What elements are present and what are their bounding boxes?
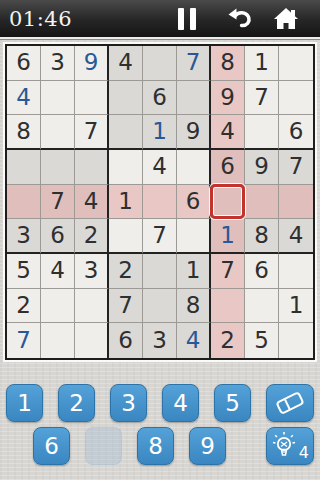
- cell-r5c3[interactable]: 4: [75, 185, 109, 220]
- cell-r2c3[interactable]: [75, 81, 109, 116]
- cell-r1c9[interactable]: [279, 46, 313, 81]
- cell-r5c6[interactable]: 6: [177, 185, 211, 220]
- cell-r8c6[interactable]: 8: [177, 289, 211, 324]
- eraser-button[interactable]: [266, 384, 314, 422]
- lightbulb-icon: [271, 431, 301, 461]
- cell-r3c5[interactable]: 1: [143, 115, 177, 150]
- cell-r9c2[interactable]: [41, 323, 75, 358]
- cell-r8c8[interactable]: [245, 289, 279, 324]
- cell-r8c5[interactable]: [143, 289, 177, 324]
- numpad-5-button[interactable]: 5: [214, 384, 251, 422]
- cell-r2c1[interactable]: 4: [7, 81, 41, 116]
- cell-r7c4[interactable]: 2: [109, 254, 143, 289]
- cell-r6c2[interactable]: 6: [41, 219, 75, 254]
- cell-r3c1[interactable]: 8: [7, 115, 41, 150]
- cell-r9c9[interactable]: [279, 323, 313, 358]
- cell-r7c1[interactable]: 5: [7, 254, 41, 289]
- cell-r1c8[interactable]: 1: [245, 46, 279, 81]
- cell-r1c4[interactable]: 4: [109, 46, 143, 81]
- cell-r5c9[interactable]: [279, 185, 313, 220]
- cell-r1c3[interactable]: 9: [75, 46, 109, 81]
- cell-r9c4[interactable]: 6: [109, 323, 143, 358]
- cell-r4c7[interactable]: 6: [211, 150, 245, 185]
- top-bar: 01:46: [0, 0, 320, 37]
- cell-r4c3[interactable]: [75, 150, 109, 185]
- cell-r5c5[interactable]: [143, 185, 177, 220]
- cell-r6c4[interactable]: [109, 219, 143, 254]
- numpad-7-button-disabled: [85, 427, 122, 465]
- undo-icon: [227, 6, 255, 32]
- cell-r9c8[interactable]: 5: [245, 323, 279, 358]
- cell-r9c1[interactable]: 7: [7, 323, 41, 358]
- cell-r7c6[interactable]: 1: [177, 254, 211, 289]
- cell-r4c1[interactable]: [7, 150, 41, 185]
- pause-button[interactable]: [167, 0, 207, 37]
- cell-r7c5[interactable]: [143, 254, 177, 289]
- cell-r4c4[interactable]: [109, 150, 143, 185]
- cell-r1c1[interactable]: 6: [7, 46, 41, 81]
- cell-r3c7[interactable]: 4: [211, 115, 245, 150]
- cell-r1c2[interactable]: 3: [41, 46, 75, 81]
- hint-count: 4: [299, 443, 309, 462]
- cell-r2c7[interactable]: 9: [211, 81, 245, 116]
- cell-r6c3[interactable]: 2: [75, 219, 109, 254]
- sudoku-board-frame: 6394781469787194646977416362718454321762…: [3, 42, 317, 362]
- sudoku-board: 6394781469787194646977416362718454321762…: [5, 44, 315, 360]
- cell-r5c8[interactable]: [245, 185, 279, 220]
- cell-r3c9[interactable]: 6: [279, 115, 313, 150]
- cell-r9c5[interactable]: 3: [143, 323, 177, 358]
- cell-r8c1[interactable]: 2: [7, 289, 41, 324]
- cell-r7c9[interactable]: [279, 254, 313, 289]
- cell-r2c4[interactable]: [109, 81, 143, 116]
- cell-r4c8[interactable]: 9: [245, 150, 279, 185]
- hint-button[interactable]: 4: [266, 427, 314, 465]
- cell-r8c2[interactable]: [41, 289, 75, 324]
- numpad-8-button[interactable]: 8: [137, 427, 174, 465]
- cell-r6c9[interactable]: 4: [279, 219, 313, 254]
- cell-r2c6[interactable]: [177, 81, 211, 116]
- cell-r9c7[interactable]: 2: [211, 323, 245, 358]
- cell-r6c8[interactable]: 8: [245, 219, 279, 254]
- numpad-9-button[interactable]: 9: [189, 427, 226, 465]
- cell-r9c3[interactable]: [75, 323, 109, 358]
- cell-r1c7[interactable]: 8: [211, 46, 245, 81]
- cell-r6c1[interactable]: 3: [7, 219, 41, 254]
- pause-icon: [178, 8, 196, 30]
- cell-r7c3[interactable]: 3: [75, 254, 109, 289]
- cell-r1c5[interactable]: [143, 46, 177, 81]
- numpad-4-button[interactable]: 4: [162, 384, 199, 422]
- cell-r5c4[interactable]: 1: [109, 185, 143, 220]
- cell-r3c2[interactable]: [41, 115, 75, 150]
- game-timer: 01:46: [9, 7, 72, 31]
- cell-r3c4[interactable]: [109, 115, 143, 150]
- cell-r6c6[interactable]: [177, 219, 211, 254]
- cell-r7c2[interactable]: 4: [41, 254, 75, 289]
- cell-r7c7[interactable]: 7: [211, 254, 245, 289]
- cell-r6c7[interactable]: 1: [211, 219, 245, 254]
- numpad-2-button[interactable]: 2: [58, 384, 95, 422]
- home-icon: [273, 7, 299, 31]
- cell-r4c9[interactable]: 7: [279, 150, 313, 185]
- cell-r9c6[interactable]: 4: [177, 323, 211, 358]
- home-button[interactable]: [266, 0, 306, 37]
- undo-button[interactable]: [221, 0, 261, 37]
- cell-r8c3[interactable]: [75, 289, 109, 324]
- cell-r5c7[interactable]: [211, 185, 245, 220]
- cell-r3c8[interactable]: [245, 115, 279, 150]
- numpad-1-button[interactable]: 1: [6, 384, 43, 422]
- cell-r2c9[interactable]: [279, 81, 313, 116]
- cell-r1c6[interactable]: 7: [177, 46, 211, 81]
- cell-r5c1[interactable]: [7, 185, 41, 220]
- cell-r4c6[interactable]: [177, 150, 211, 185]
- cell-r2c2[interactable]: [41, 81, 75, 116]
- cell-r4c5[interactable]: 4: [143, 150, 177, 185]
- cell-r5c2[interactable]: 7: [41, 185, 75, 220]
- cell-r8c7[interactable]: [211, 289, 245, 324]
- cell-r4c2[interactable]: [41, 150, 75, 185]
- cell-r8c4[interactable]: 7: [109, 289, 143, 324]
- cell-r6c5[interactable]: 7: [143, 219, 177, 254]
- cell-r3c3[interactable]: 7: [75, 115, 109, 150]
- cell-r3c6[interactable]: 9: [177, 115, 211, 150]
- numpad-6-button[interactable]: 6: [33, 427, 70, 465]
- cell-r2c8[interactable]: 7: [245, 81, 279, 116]
- eraser-icon: [273, 389, 307, 417]
- cell-r7c8[interactable]: 6: [245, 254, 279, 289]
- numpad-3-button[interactable]: 3: [110, 384, 147, 422]
- cell-r8c9[interactable]: 1: [279, 289, 313, 324]
- cell-r2c5[interactable]: 6: [143, 81, 177, 116]
